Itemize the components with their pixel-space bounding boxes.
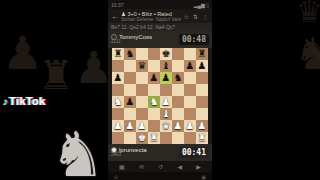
back-button[interactable]: ← <box>111 12 119 21</box>
square-f5[interactable] <box>172 84 184 96</box>
bottom-player-rating: 2403 <box>111 153 147 158</box>
game-toolbar: ▦✉↺◀▶ <box>108 161 212 172</box>
status-icons: ▂▄▆ ▯ <box>194 2 209 8</box>
phone-screenshot: 10:37 ▂▄▆ ▯ ← ♟ 3+0 • Blitz • Rated Sici… <box>108 0 212 180</box>
square-f7[interactable] <box>172 60 184 72</box>
black-pawn-a6: ♟ <box>112 72 124 84</box>
back-move-icon[interactable]: ◀ <box>177 163 182 170</box>
white-rook-h1: ♜ <box>196 132 208 144</box>
status-bar: 10:37 ▂▄▆ ▯ <box>108 0 212 9</box>
square-b8[interactable]: ♞ <box>124 48 136 60</box>
square-c2[interactable]: ♟ <box>136 120 148 132</box>
square-c4[interactable] <box>136 96 148 108</box>
square-a6[interactable]: ♟ <box>112 72 124 84</box>
square-h7[interactable]: ♟ <box>196 60 208 72</box>
square-e2[interactable]: ♛ <box>160 120 172 132</box>
background-queen-silhouette: ♛ <box>296 0 320 29</box>
square-f8[interactable] <box>172 48 184 60</box>
chat-icon[interactable]: ✉ <box>139 163 144 170</box>
square-c7[interactable]: ♛ <box>136 60 148 72</box>
white-rook-d1: ♜ <box>148 132 160 144</box>
square-g1[interactable] <box>184 132 196 144</box>
black-queen-c7: ♛ <box>136 60 148 72</box>
status-time: 10:37 <box>111 2 124 8</box>
opening-name: Sicilian Defense: Najdorf Variation <box>121 17 181 22</box>
white-knight-a4: ♞ <box>112 96 124 108</box>
square-b4[interactable]: ♟ <box>124 96 136 108</box>
square-d8[interactable] <box>148 48 160 60</box>
black-king-e8: ♚ <box>160 48 172 60</box>
background-knight-silhouette: ♞ <box>294 28 320 79</box>
square-g4[interactable] <box>184 96 196 108</box>
square-b6[interactable] <box>124 72 136 84</box>
chess-board: ♜♞♚♜♛♝♟♟♟♟♟♞♞♟♞♟♝♟♟♟♛♟♟♟♚♜♜ <box>112 48 208 144</box>
square-f2[interactable]: ♟ <box>172 120 184 132</box>
square-a4[interactable]: ♞ <box>112 96 124 108</box>
square-c1[interactable]: ♚ <box>136 132 148 144</box>
square-b3[interactable] <box>124 108 136 120</box>
square-h3[interactable] <box>196 108 208 120</box>
square-e7[interactable]: ♝ <box>160 60 172 72</box>
flip-board-icon[interactable]: ⇅ <box>192 13 199 20</box>
tiktok-watermark: ♪TikTok <box>3 95 46 107</box>
white-knight-d4: ♞ <box>148 96 160 108</box>
white-pawn-b2: ♟ <box>124 120 136 132</box>
square-c3[interactable] <box>136 108 148 120</box>
board-menu-icon[interactable]: ▦ <box>119 163 125 170</box>
white-king-c1: ♚ <box>136 132 148 144</box>
white-pawn-e4: ♟ <box>160 96 172 108</box>
square-a3[interactable] <box>112 108 124 120</box>
nav-left-icon[interactable]: ⊘ <box>114 174 118 180</box>
square-f1[interactable] <box>172 132 184 144</box>
white-queen-e2: ♛ <box>160 120 172 132</box>
square-h8[interactable]: ♜ <box>196 48 208 60</box>
square-b7[interactable] <box>124 60 136 72</box>
square-d6[interactable]: ♟ <box>148 72 160 84</box>
square-c6[interactable] <box>136 72 148 84</box>
bottom-player-clock: 00:41 <box>179 147 209 158</box>
white-pawn-a2: ♟ <box>112 120 124 132</box>
black-pawn-h7: ♟ <box>196 60 208 72</box>
square-b1[interactable] <box>124 132 136 144</box>
square-a7[interactable] <box>112 60 124 72</box>
square-d1[interactable]: ♜ <box>148 132 160 144</box>
white-pawn-g2: ♟ <box>184 120 196 132</box>
square-d7[interactable] <box>148 60 160 72</box>
black-knight-f6: ♞ <box>172 72 184 84</box>
square-f6[interactable]: ♞ <box>172 72 184 84</box>
square-c5[interactable] <box>136 84 148 96</box>
square-e4[interactable]: ♟ <box>160 96 172 108</box>
white-bishop-e3: ♝ <box>160 108 172 120</box>
game-title: ♟ 3+0 • Blitz • Rated <box>121 11 181 17</box>
bottom-player-row: lprunvecta 2403 00:41 <box>108 144 212 161</box>
square-g8[interactable] <box>184 48 196 60</box>
move-list-strip[interactable]: Be7 11. Qe2 b4 12. Na4 Qc7 <box>108 23 212 31</box>
square-e8[interactable]: ♚ <box>160 48 172 60</box>
forward-move-icon[interactable]: ▶ <box>196 163 201 170</box>
black-rook-a8: ♜ <box>112 48 124 60</box>
square-g3[interactable] <box>184 108 196 120</box>
phone-nav-bar: ⊘ ▣ <box>108 172 212 180</box>
square-a8[interactable]: ♜ <box>112 48 124 60</box>
app-header: ← ♟ 3+0 • Blitz • Rated Sicilian Defense… <box>108 9 212 23</box>
square-g7[interactable]: ♟ <box>184 60 196 72</box>
square-a1[interactable] <box>112 132 124 144</box>
square-e6[interactable]: ♟ <box>160 72 172 84</box>
square-f4[interactable] <box>172 96 184 108</box>
square-b2[interactable]: ♟ <box>124 120 136 132</box>
tiktok-note-icon: ♪ <box>3 96 8 107</box>
square-a5[interactable] <box>112 84 124 96</box>
top-player-name[interactable]: TommyCoss <box>119 34 152 41</box>
square-h2[interactable]: ♟ <box>196 120 208 132</box>
black-pawn-e6: ♟ <box>160 72 172 84</box>
nav-right-icon[interactable]: ▣ <box>201 174 206 180</box>
square-e1[interactable] <box>160 132 172 144</box>
square-c8[interactable] <box>136 48 148 60</box>
background-rook-silhouette: ♜ <box>38 52 74 98</box>
background-white-knight-photo: ♞ <box>50 118 106 180</box>
square-g6[interactable] <box>184 72 196 84</box>
white-pawn-f2: ♟ <box>172 120 184 132</box>
rewind-icon[interactable]: ↺ <box>158 163 163 170</box>
square-d2[interactable] <box>148 120 160 132</box>
top-player-rating: 2211 <box>111 40 152 45</box>
square-h4[interactable] <box>196 96 208 108</box>
square-d4[interactable]: ♞ <box>148 96 160 108</box>
square-h6[interactable] <box>196 72 208 84</box>
black-pawn-b4: ♟ <box>124 96 136 108</box>
black-pawn-d6: ♟ <box>148 72 160 84</box>
black-knight-b8: ♞ <box>124 48 136 60</box>
game-title-block: ♟ 3+0 • Blitz • Rated Sicilian Defense: … <box>121 11 181 22</box>
overflow-menu-icon[interactable]: ⋮ <box>201 13 209 20</box>
black-pawn-g7: ♟ <box>184 60 196 72</box>
square-e5[interactable] <box>160 84 172 96</box>
square-f3[interactable] <box>172 108 184 120</box>
square-g5[interactable] <box>184 84 196 96</box>
square-a2[interactable]: ♟ <box>112 120 124 132</box>
top-player-clock: 00:48 <box>179 34 209 45</box>
square-d5[interactable] <box>148 84 160 96</box>
square-h1[interactable]: ♜ <box>196 132 208 144</box>
black-bishop-e7: ♝ <box>160 60 172 72</box>
square-d3[interactable] <box>148 108 160 120</box>
top-player-row: TommyCoss 2211 00:48 <box>108 31 212 48</box>
bookmark-icon[interactable]: ☆ <box>183 13 190 20</box>
square-e3[interactable]: ♝ <box>160 108 172 120</box>
square-h5[interactable] <box>196 84 208 96</box>
black-rook-h8: ♜ <box>196 48 208 60</box>
white-pawn-c2: ♟ <box>136 120 148 132</box>
speed-icon: ♟ <box>121 11 126 17</box>
video-frame: ♟ ♜ ♟ ♛ ♞ ♞ ♪TikTok 10:37 ▂▄▆ ▯ ← ♟ 3+0 … <box>0 0 320 180</box>
square-g2[interactable]: ♟ <box>184 120 196 132</box>
white-pawn-h2: ♟ <box>196 120 208 132</box>
square-b5[interactable] <box>124 84 136 96</box>
bottom-player-name[interactable]: lprunvecta <box>119 147 147 154</box>
